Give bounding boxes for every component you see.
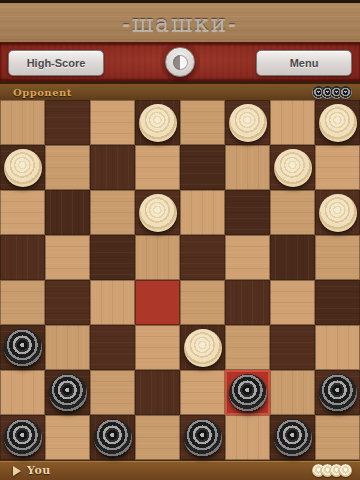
square-b5[interactable] [45, 235, 90, 280]
square-h1[interactable] [315, 415, 360, 460]
square-e2[interactable] [180, 370, 225, 415]
contrast-icon [173, 55, 188, 70]
square-d7[interactable] [135, 145, 180, 190]
high-score-button[interactable]: High-Score [8, 50, 104, 76]
square-b2[interactable] [45, 370, 90, 415]
square-h2[interactable] [315, 370, 360, 415]
square-g6[interactable] [270, 190, 315, 235]
square-e8[interactable] [180, 100, 225, 145]
square-d4[interactable] [135, 280, 180, 325]
turn-indicator-icon [13, 466, 21, 476]
white-piece-g7[interactable] [274, 149, 312, 187]
square-e6[interactable] [180, 190, 225, 235]
black-piece-e1[interactable] [184, 419, 222, 457]
square-d1[interactable] [135, 415, 180, 460]
square-a5[interactable] [0, 235, 45, 280]
white-piece-h8[interactable] [319, 104, 357, 142]
square-d5[interactable] [135, 235, 180, 280]
captured-dark-piece-icon [339, 86, 352, 99]
menu-button[interactable]: Menu [256, 50, 352, 76]
square-g8[interactable] [270, 100, 315, 145]
square-d3[interactable] [135, 325, 180, 370]
square-g4[interactable] [270, 280, 315, 325]
black-piece-a1[interactable] [4, 419, 42, 457]
square-c2[interactable] [90, 370, 135, 415]
you-captured-tray [312, 464, 352, 477]
square-b7[interactable] [45, 145, 90, 190]
square-c5[interactable] [90, 235, 135, 280]
square-a4[interactable] [0, 280, 45, 325]
square-e3[interactable] [180, 325, 225, 370]
square-h7[interactable] [315, 145, 360, 190]
you-label: You [27, 464, 51, 477]
square-d2[interactable] [135, 370, 180, 415]
square-g5[interactable] [270, 235, 315, 280]
app-window: -шашки- High-Score Menu Opponent You [0, 0, 360, 480]
square-f2[interactable] [225, 370, 270, 415]
square-a3[interactable] [0, 325, 45, 370]
white-piece-f8[interactable] [229, 104, 267, 142]
black-piece-a3[interactable] [4, 329, 42, 367]
white-piece-e3[interactable] [184, 329, 222, 367]
square-g1[interactable] [270, 415, 315, 460]
black-piece-b2[interactable] [49, 374, 87, 412]
white-piece-a7[interactable] [4, 149, 42, 187]
opponent-bar: Opponent [0, 82, 360, 100]
square-e5[interactable] [180, 235, 225, 280]
square-a1[interactable] [0, 415, 45, 460]
square-c8[interactable] [90, 100, 135, 145]
square-f6[interactable] [225, 190, 270, 235]
black-piece-f2[interactable] [229, 374, 267, 412]
square-c1[interactable] [90, 415, 135, 460]
contrast-toggle-button[interactable] [165, 47, 195, 77]
white-piece-d8[interactable] [139, 104, 177, 142]
square-f8[interactable] [225, 100, 270, 145]
square-b1[interactable] [45, 415, 90, 460]
square-e7[interactable] [180, 145, 225, 190]
opponent-captured-tray [312, 86, 352, 99]
square-h4[interactable] [315, 280, 360, 325]
opponent-label: Opponent [13, 87, 72, 98]
title-bar: -шашки- [0, 3, 360, 42]
square-c6[interactable] [90, 190, 135, 235]
square-h5[interactable] [315, 235, 360, 280]
black-piece-g1[interactable] [274, 419, 312, 457]
square-g7[interactable] [270, 145, 315, 190]
square-h3[interactable] [315, 325, 360, 370]
square-a7[interactable] [0, 145, 45, 190]
square-f4[interactable] [225, 280, 270, 325]
square-c4[interactable] [90, 280, 135, 325]
white-piece-d6[interactable] [139, 194, 177, 232]
checkers-board [0, 100, 360, 460]
square-h6[interactable] [315, 190, 360, 235]
square-f3[interactable] [225, 325, 270, 370]
square-g3[interactable] [270, 325, 315, 370]
square-b8[interactable] [45, 100, 90, 145]
square-f5[interactable] [225, 235, 270, 280]
square-a2[interactable] [0, 370, 45, 415]
square-e4[interactable] [180, 280, 225, 325]
black-piece-h2[interactable] [319, 374, 357, 412]
square-g2[interactable] [270, 370, 315, 415]
square-a8[interactable] [0, 100, 45, 145]
square-c7[interactable] [90, 145, 135, 190]
square-b4[interactable] [45, 280, 90, 325]
square-b3[interactable] [45, 325, 90, 370]
black-piece-c1[interactable] [94, 419, 132, 457]
you-bar: You [0, 460, 360, 480]
square-d8[interactable] [135, 100, 180, 145]
square-f1[interactable] [225, 415, 270, 460]
square-e1[interactable] [180, 415, 225, 460]
square-c3[interactable] [90, 325, 135, 370]
square-d6[interactable] [135, 190, 180, 235]
square-b6[interactable] [45, 190, 90, 235]
square-f7[interactable] [225, 145, 270, 190]
captured-light-piece-icon [339, 464, 352, 477]
square-a6[interactable] [0, 190, 45, 235]
square-h8[interactable] [315, 100, 360, 145]
app-title: -шашки- [122, 10, 238, 36]
white-piece-h6[interactable] [319, 194, 357, 232]
toolbar: High-Score Menu [0, 42, 360, 82]
